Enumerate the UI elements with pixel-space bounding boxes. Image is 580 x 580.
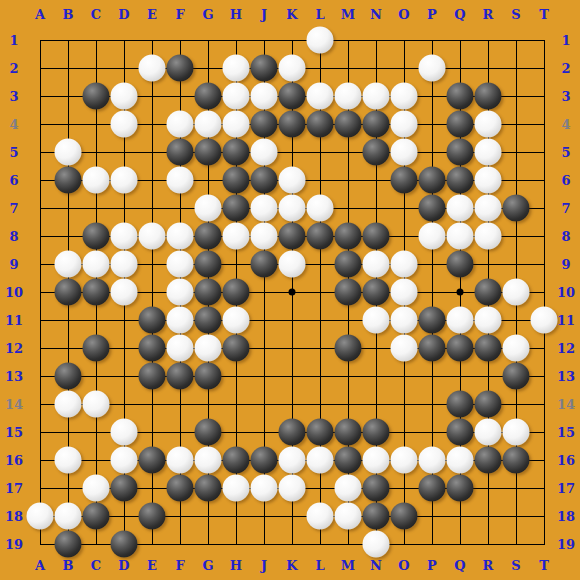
column-label-top-B: B <box>63 8 74 21</box>
white-stone-H4[interactable] <box>223 111 250 138</box>
column-label-bottom-J: J <box>261 559 267 572</box>
black-stone-K4[interactable] <box>279 111 306 138</box>
white-stone-J8[interactable] <box>251 223 278 250</box>
black-stone-P11[interactable] <box>419 307 446 334</box>
white-stone-O9[interactable] <box>391 251 418 278</box>
row-label-left-11: 11 <box>5 314 23 327</box>
column-label-bottom-A: A <box>35 559 45 572</box>
white-stone-D16[interactable] <box>111 447 138 474</box>
white-stone-P2[interactable] <box>419 55 446 82</box>
white-stone-M17[interactable] <box>335 475 362 502</box>
row-label-right-6: 6 <box>561 174 570 187</box>
white-stone-L1[interactable] <box>307 27 334 54</box>
white-stone-S10[interactable] <box>503 279 530 306</box>
black-stone-G9[interactable] <box>195 251 222 278</box>
column-label-top-M: M <box>341 8 355 21</box>
white-stone-D8[interactable] <box>111 223 138 250</box>
white-stone-L3[interactable] <box>307 83 334 110</box>
row-label-right-8: 8 <box>561 230 570 243</box>
column-label-bottom-S: S <box>511 559 520 572</box>
column-label-top-F: F <box>175 8 184 21</box>
white-stone-R5[interactable] <box>475 139 502 166</box>
black-stone-H7[interactable] <box>223 195 250 222</box>
black-stone-K3[interactable] <box>279 83 306 110</box>
row-label-left-13: 13 <box>5 370 23 383</box>
black-stone-Q6[interactable] <box>447 167 474 194</box>
white-stone-C14[interactable] <box>83 391 110 418</box>
white-stone-H2[interactable] <box>223 55 250 82</box>
row-label-left-6: 6 <box>9 174 18 187</box>
white-stone-R8[interactable] <box>475 223 502 250</box>
black-stone-N15[interactable] <box>363 419 390 446</box>
column-label-bottom-G: G <box>202 559 213 572</box>
white-stone-K6[interactable] <box>279 167 306 194</box>
white-stone-L7[interactable] <box>307 195 334 222</box>
white-stone-F9[interactable] <box>167 251 194 278</box>
black-stone-Q14[interactable] <box>447 391 474 418</box>
column-label-bottom-T: T <box>539 559 549 572</box>
black-stone-F5[interactable] <box>167 139 194 166</box>
white-stone-Q8[interactable] <box>447 223 474 250</box>
row-label-right-1: 1 <box>561 34 570 47</box>
black-stone-L15[interactable] <box>307 419 334 446</box>
white-stone-D3[interactable] <box>111 83 138 110</box>
column-label-top-E: E <box>147 8 157 21</box>
white-stone-O16[interactable] <box>391 447 418 474</box>
white-stone-N16[interactable] <box>363 447 390 474</box>
row-label-right-18: 18 <box>557 510 575 523</box>
white-stone-M18[interactable] <box>335 503 362 530</box>
row-label-left-7: 7 <box>9 202 18 215</box>
black-stone-Q17[interactable] <box>447 475 474 502</box>
black-stone-G11[interactable] <box>195 307 222 334</box>
white-stone-O11[interactable] <box>391 307 418 334</box>
white-stone-F10[interactable] <box>167 279 194 306</box>
row-label-right-14: 14 <box>557 398 575 411</box>
white-stone-C6[interactable] <box>83 167 110 194</box>
white-stone-H8[interactable] <box>223 223 250 250</box>
black-stone-G15[interactable] <box>195 419 222 446</box>
row-label-left-2: 2 <box>9 62 18 75</box>
row-label-right-9: 9 <box>561 258 570 271</box>
black-stone-L8[interactable] <box>307 223 334 250</box>
black-stone-Q12[interactable] <box>447 335 474 362</box>
white-stone-H3[interactable] <box>223 83 250 110</box>
white-stone-R4[interactable] <box>475 111 502 138</box>
row-label-right-7: 7 <box>561 202 570 215</box>
white-stone-K7[interactable] <box>279 195 306 222</box>
row-label-left-14: 14 <box>5 398 23 411</box>
black-stone-Q3[interactable] <box>447 83 474 110</box>
white-stone-B18[interactable] <box>55 503 82 530</box>
row-label-right-16: 16 <box>557 454 575 467</box>
column-label-bottom-H: H <box>230 559 242 572</box>
black-stone-O18[interactable] <box>391 503 418 530</box>
white-stone-F8[interactable] <box>167 223 194 250</box>
white-stone-K17[interactable] <box>279 475 306 502</box>
black-stone-C12[interactable] <box>83 335 110 362</box>
white-stone-P16[interactable] <box>419 447 446 474</box>
black-stone-P7[interactable] <box>419 195 446 222</box>
black-stone-B13[interactable] <box>55 363 82 390</box>
black-stone-S16[interactable] <box>503 447 530 474</box>
column-label-top-K: K <box>286 8 297 21</box>
white-stone-G7[interactable] <box>195 195 222 222</box>
black-stone-N5[interactable] <box>363 139 390 166</box>
row-label-left-5: 5 <box>9 146 18 159</box>
white-stone-R11[interactable] <box>475 307 502 334</box>
white-stone-B9[interactable] <box>55 251 82 278</box>
black-stone-P17[interactable] <box>419 475 446 502</box>
black-stone-M4[interactable] <box>335 111 362 138</box>
white-stone-B14[interactable] <box>55 391 82 418</box>
black-stone-M10[interactable] <box>335 279 362 306</box>
black-stone-S7[interactable] <box>503 195 530 222</box>
white-stone-F12[interactable] <box>167 335 194 362</box>
black-stone-P12[interactable] <box>419 335 446 362</box>
column-label-bottom-P: P <box>427 559 437 572</box>
black-stone-E13[interactable] <box>139 363 166 390</box>
black-stone-M15[interactable] <box>335 419 362 446</box>
white-stone-N11[interactable] <box>363 307 390 334</box>
row-label-left-8: 8 <box>9 230 18 243</box>
column-label-top-R: R <box>483 8 494 21</box>
white-stone-O12[interactable] <box>391 335 418 362</box>
black-stone-J9[interactable] <box>251 251 278 278</box>
white-stone-D10[interactable] <box>111 279 138 306</box>
white-stone-J5[interactable] <box>251 139 278 166</box>
white-stone-B5[interactable] <box>55 139 82 166</box>
white-stone-M3[interactable] <box>335 83 362 110</box>
white-stone-O10[interactable] <box>391 279 418 306</box>
black-stone-Q9[interactable] <box>447 251 474 278</box>
row-label-right-12: 12 <box>557 342 575 355</box>
black-stone-J2[interactable] <box>251 55 278 82</box>
black-stone-D17[interactable] <box>111 475 138 502</box>
white-stone-K16[interactable] <box>279 447 306 474</box>
column-label-top-J: J <box>261 8 267 21</box>
white-stone-Q7[interactable] <box>447 195 474 222</box>
white-stone-O3[interactable] <box>391 83 418 110</box>
black-stone-G8[interactable] <box>195 223 222 250</box>
grid-line-vertical <box>544 40 545 545</box>
grid-line-horizontal <box>40 376 545 377</box>
row-label-left-9: 9 <box>9 258 18 271</box>
white-stone-H11[interactable] <box>223 307 250 334</box>
column-label-top-T: T <box>539 8 549 21</box>
white-stone-Q16[interactable] <box>447 447 474 474</box>
black-stone-E12[interactable] <box>139 335 166 362</box>
row-label-right-3: 3 <box>561 90 570 103</box>
black-stone-R12[interactable] <box>475 335 502 362</box>
white-stone-T11[interactable] <box>531 307 558 334</box>
row-label-right-4: 4 <box>561 118 570 131</box>
black-stone-N4[interactable] <box>363 111 390 138</box>
column-label-top-G: G <box>202 8 213 21</box>
white-stone-O4[interactable] <box>391 111 418 138</box>
white-stone-R7[interactable] <box>475 195 502 222</box>
white-stone-N19[interactable] <box>363 531 390 558</box>
black-stone-C10[interactable] <box>83 279 110 306</box>
white-stone-S12[interactable] <box>503 335 530 362</box>
black-stone-D19[interactable] <box>111 531 138 558</box>
row-label-right-5: 5 <box>561 146 570 159</box>
black-stone-G10[interactable] <box>195 279 222 306</box>
white-stone-D6[interactable] <box>111 167 138 194</box>
row-label-left-4: 4 <box>9 118 18 131</box>
column-label-top-O: O <box>398 8 409 21</box>
column-label-bottom-D: D <box>118 559 129 572</box>
black-stone-M16[interactable] <box>335 447 362 474</box>
column-label-bottom-O: O <box>398 559 409 572</box>
black-stone-H6[interactable] <box>223 167 250 194</box>
black-stone-Q15[interactable] <box>447 419 474 446</box>
black-stone-R16[interactable] <box>475 447 502 474</box>
black-stone-H12[interactable] <box>223 335 250 362</box>
row-label-left-15: 15 <box>5 426 23 439</box>
row-label-left-12: 12 <box>5 342 23 355</box>
black-stone-N17[interactable] <box>363 475 390 502</box>
black-stone-J4[interactable] <box>251 111 278 138</box>
go-board-app: AABBCCDDEEFFGGHHJJKKLLMMNNOOPPQQRRSSTT11… <box>0 0 580 580</box>
row-label-left-17: 17 <box>5 482 23 495</box>
black-stone-R14[interactable] <box>475 391 502 418</box>
white-stone-E2[interactable] <box>139 55 166 82</box>
black-stone-E11[interactable] <box>139 307 166 334</box>
column-label-top-N: N <box>370 8 382 21</box>
column-label-bottom-F: F <box>175 559 184 572</box>
column-label-bottom-E: E <box>147 559 157 572</box>
column-label-bottom-R: R <box>483 559 494 572</box>
white-stone-S15[interactable] <box>503 419 530 446</box>
black-stone-N18[interactable] <box>363 503 390 530</box>
black-stone-K8[interactable] <box>279 223 306 250</box>
white-stone-F11[interactable] <box>167 307 194 334</box>
white-stone-H17[interactable] <box>223 475 250 502</box>
white-stone-K2[interactable] <box>279 55 306 82</box>
white-stone-K9[interactable] <box>279 251 306 278</box>
black-stone-G5[interactable] <box>195 139 222 166</box>
black-stone-M12[interactable] <box>335 335 362 362</box>
row-label-left-10: 10 <box>5 286 23 299</box>
row-label-right-19: 19 <box>557 538 575 551</box>
column-label-bottom-B: B <box>63 559 74 572</box>
black-stone-G17[interactable] <box>195 475 222 502</box>
white-stone-C9[interactable] <box>83 251 110 278</box>
black-stone-G3[interactable] <box>195 83 222 110</box>
white-stone-L18[interactable] <box>307 503 334 530</box>
black-stone-Q4[interactable] <box>447 111 474 138</box>
white-stone-G16[interactable] <box>195 447 222 474</box>
black-stone-N8[interactable] <box>363 223 390 250</box>
black-stone-B6[interactable] <box>55 167 82 194</box>
white-stone-R6[interactable] <box>475 167 502 194</box>
column-label-top-C: C <box>91 8 101 21</box>
black-stone-M8[interactable] <box>335 223 362 250</box>
white-stone-D15[interactable] <box>111 419 138 446</box>
white-stone-C17[interactable] <box>83 475 110 502</box>
white-stone-A18[interactable] <box>27 503 54 530</box>
black-stone-E18[interactable] <box>139 503 166 530</box>
column-label-bottom-M: M <box>341 559 355 572</box>
black-stone-N10[interactable] <box>363 279 390 306</box>
column-label-top-D: D <box>118 8 129 21</box>
row-label-left-16: 16 <box>5 454 23 467</box>
black-stone-R3[interactable] <box>475 83 502 110</box>
white-stone-F16[interactable] <box>167 447 194 474</box>
column-label-top-L: L <box>315 8 324 21</box>
black-stone-P6[interactable] <box>419 167 446 194</box>
black-stone-C18[interactable] <box>83 503 110 530</box>
row-label-left-1: 1 <box>9 34 18 47</box>
white-stone-F6[interactable] <box>167 167 194 194</box>
black-stone-L4[interactable] <box>307 111 334 138</box>
column-label-top-H: H <box>230 8 242 21</box>
white-stone-O5[interactable] <box>391 139 418 166</box>
black-stone-O6[interactable] <box>391 167 418 194</box>
white-stone-L16[interactable] <box>307 447 334 474</box>
black-stone-F13[interactable] <box>167 363 194 390</box>
black-stone-F17[interactable] <box>167 475 194 502</box>
row-label-right-17: 17 <box>557 482 575 495</box>
white-stone-R15[interactable] <box>475 419 502 446</box>
column-label-bottom-Q: Q <box>454 559 465 572</box>
white-stone-Q11[interactable] <box>447 307 474 334</box>
white-stone-F4[interactable] <box>167 111 194 138</box>
black-stone-F2[interactable] <box>167 55 194 82</box>
black-stone-Q5[interactable] <box>447 139 474 166</box>
white-stone-J17[interactable] <box>251 475 278 502</box>
star-point <box>289 289 296 296</box>
white-stone-N9[interactable] <box>363 251 390 278</box>
column-label-bottom-K: K <box>286 559 297 572</box>
row-label-right-15: 15 <box>557 426 575 439</box>
black-stone-J16[interactable] <box>251 447 278 474</box>
row-label-right-13: 13 <box>557 370 575 383</box>
column-label-top-S: S <box>511 8 520 21</box>
row-label-left-19: 19 <box>5 538 23 551</box>
column-label-bottom-N: N <box>370 559 382 572</box>
black-stone-H10[interactable] <box>223 279 250 306</box>
white-stone-E8[interactable] <box>139 223 166 250</box>
column-label-bottom-L: L <box>315 559 324 572</box>
white-stone-B16[interactable] <box>55 447 82 474</box>
black-stone-R10[interactable] <box>475 279 502 306</box>
white-stone-G4[interactable] <box>195 111 222 138</box>
column-label-top-P: P <box>427 8 437 21</box>
black-stone-C3[interactable] <box>83 83 110 110</box>
white-stone-J7[interactable] <box>251 195 278 222</box>
black-stone-S13[interactable] <box>503 363 530 390</box>
black-stone-J6[interactable] <box>251 167 278 194</box>
black-stone-M9[interactable] <box>335 251 362 278</box>
black-stone-K15[interactable] <box>279 419 306 446</box>
black-stone-C8[interactable] <box>83 223 110 250</box>
white-stone-D4[interactable] <box>111 111 138 138</box>
white-stone-J3[interactable] <box>251 83 278 110</box>
black-stone-G13[interactable] <box>195 363 222 390</box>
column-label-bottom-C: C <box>91 559 101 572</box>
white-stone-D9[interactable] <box>111 251 138 278</box>
black-stone-B10[interactable] <box>55 279 82 306</box>
row-label-right-11: 11 <box>557 314 575 327</box>
black-stone-B19[interactable] <box>55 531 82 558</box>
black-stone-H16[interactable] <box>223 447 250 474</box>
row-label-left-18: 18 <box>5 510 23 523</box>
black-stone-H5[interactable] <box>223 139 250 166</box>
white-stone-G12[interactable] <box>195 335 222 362</box>
grid-line-horizontal <box>40 516 545 517</box>
star-point <box>457 289 464 296</box>
white-stone-N3[interactable] <box>363 83 390 110</box>
column-label-top-A: A <box>35 8 45 21</box>
column-label-top-Q: Q <box>454 8 465 21</box>
row-label-right-10: 10 <box>557 286 575 299</box>
white-stone-P8[interactable] <box>419 223 446 250</box>
row-label-right-2: 2 <box>561 62 570 75</box>
row-label-left-3: 3 <box>9 90 18 103</box>
black-stone-E16[interactable] <box>139 447 166 474</box>
